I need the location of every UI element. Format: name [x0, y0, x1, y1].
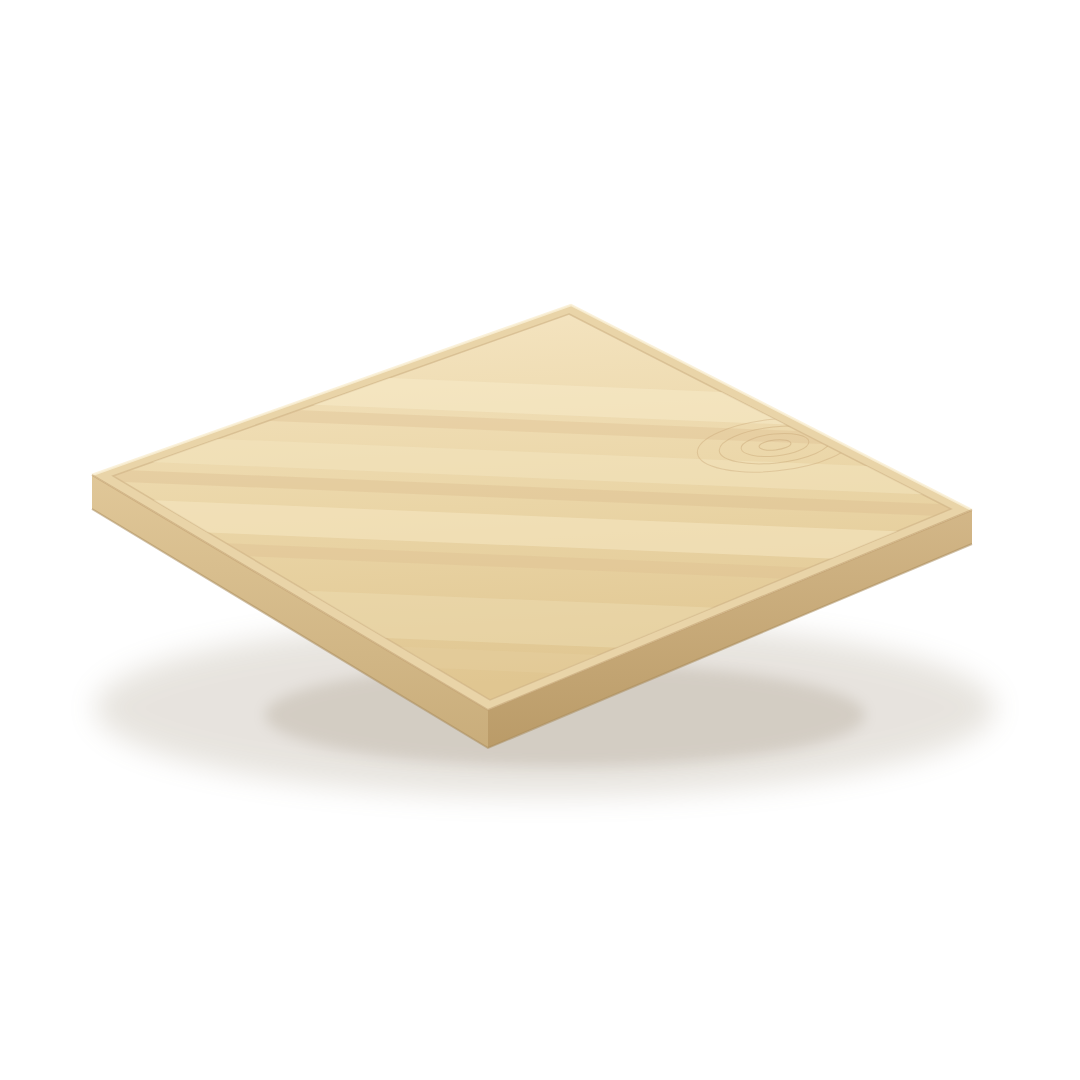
ludo-board-photo: [0, 0, 1080, 1080]
